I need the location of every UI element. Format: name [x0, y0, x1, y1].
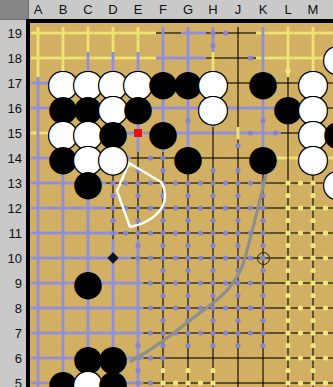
go-app-window: ABCDEFGHJKLM 1918171615141312111098765 ●… [0, 0, 333, 387]
hoshi-star-marker [107, 252, 118, 263]
black-stone-D5[interactable]: ● [95, 365, 131, 387]
white-stone-N13[interactable]: ● [320, 165, 333, 201]
black-stone-C9[interactable]: ● [70, 265, 106, 301]
circle-marker [257, 252, 270, 265]
last-move-red-square [134, 129, 142, 137]
black-stone-G14[interactable]: ● [170, 140, 206, 176]
black-stone-C13[interactable]: ● [70, 165, 106, 201]
stone-layer: ●●●●●●●●●●●●●●●●●●●●●●●●●●●●●●●●●●●●● [0, 0, 333, 387]
black-stone-K14[interactable]: ● [245, 140, 281, 176]
white-stone-H16[interactable]: ● [195, 90, 231, 126]
